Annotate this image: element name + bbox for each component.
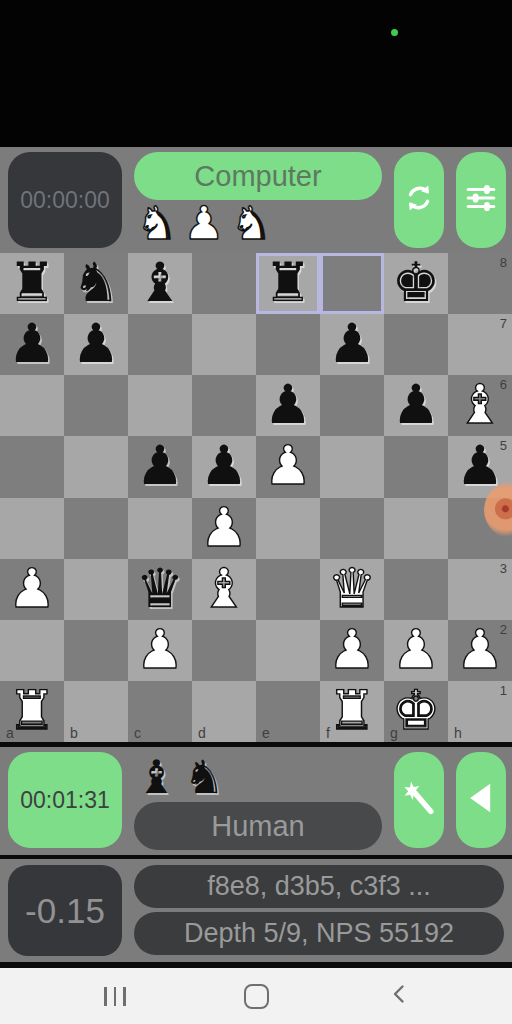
settings-sliders-icon xyxy=(464,181,498,219)
file-label-d: d xyxy=(198,725,206,741)
white-pawn-h2[interactable]: ♟ xyxy=(448,620,512,681)
square-e8[interactable]: ♜ xyxy=(256,253,320,314)
square-g5[interactable] xyxy=(384,436,448,497)
black-pawn-g6[interactable]: ♟ xyxy=(384,375,448,436)
square-g2[interactable]: ♟ xyxy=(384,620,448,681)
square-e2[interactable] xyxy=(256,620,320,681)
square-e3[interactable] xyxy=(256,559,320,620)
square-g1[interactable]: g♚ xyxy=(384,681,448,742)
square-f2[interactable]: ♟ xyxy=(320,620,384,681)
square-c5[interactable]: ♟ xyxy=(128,436,192,497)
square-e5[interactable]: ♟ xyxy=(256,436,320,497)
file-label-h: h xyxy=(454,725,462,741)
black-king-g8[interactable]: ♚ xyxy=(384,253,448,314)
square-b8[interactable]: ♞ xyxy=(64,253,128,314)
status-bar xyxy=(0,0,512,147)
square-b4[interactable] xyxy=(64,498,128,559)
white-rook-f1[interactable]: ♜ xyxy=(320,681,384,742)
file-label-c: c xyxy=(134,725,141,741)
black-rook-a8[interactable]: ♜ xyxy=(0,253,64,314)
square-c2[interactable]: ♟ xyxy=(128,620,192,681)
hint-wand-icon xyxy=(400,779,438,821)
captured-black-knight: ♞ xyxy=(183,751,224,803)
square-d6[interactable] xyxy=(192,375,256,436)
android-navbar xyxy=(0,968,512,1024)
captured-white-knight: ♞ xyxy=(231,197,272,249)
home-button[interactable] xyxy=(226,968,286,1024)
square-f3[interactable]: ♛ xyxy=(320,559,384,620)
white-bishop-d3[interactable]: ♝ xyxy=(192,559,256,620)
rank-label-1: 1 xyxy=(500,683,507,698)
square-g7[interactable] xyxy=(384,314,448,375)
square-f1[interactable]: f♜ xyxy=(320,681,384,742)
white-king-g1[interactable]: ♚ xyxy=(384,681,448,742)
human-panel: 00:01:31 ♝♞ Human xyxy=(0,747,512,855)
human-clock: 00:01:31 xyxy=(8,752,122,848)
square-d5[interactable]: ♟ xyxy=(192,436,256,497)
square-c7[interactable] xyxy=(128,314,192,375)
square-a1[interactable]: a♜ xyxy=(0,681,64,742)
square-g4[interactable] xyxy=(384,498,448,559)
square-d3[interactable]: ♝ xyxy=(192,559,256,620)
black-queen-c3[interactable]: ♛ xyxy=(128,559,192,620)
square-a5[interactable] xyxy=(0,436,64,497)
undo-back-icon xyxy=(461,778,501,822)
white-rook-a1[interactable]: ♜ xyxy=(0,681,64,742)
white-pawn-d4[interactable]: ♟ xyxy=(192,498,256,559)
square-f7[interactable]: ♟ xyxy=(320,314,384,375)
hint-button[interactable] xyxy=(394,752,444,848)
captured-pieces-bottom: ♝♞ xyxy=(136,749,231,803)
captured-white-pawn: ♟ xyxy=(183,197,224,249)
black-rook-e8[interactable]: ♜ xyxy=(256,253,320,314)
square-d7[interactable] xyxy=(192,314,256,375)
square-a8[interactable]: ♜ xyxy=(0,253,64,314)
back-button[interactable] xyxy=(370,968,430,1024)
square-h1[interactable]: 1h xyxy=(448,681,512,742)
square-c8[interactable]: ♝ xyxy=(128,253,192,314)
square-h8[interactable]: 8 xyxy=(448,253,512,314)
camera-indicator-dot xyxy=(391,29,398,36)
square-d1[interactable]: d xyxy=(192,681,256,742)
square-b6[interactable] xyxy=(64,375,128,436)
square-a7[interactable]: ♟ xyxy=(0,314,64,375)
black-pawn-a7[interactable]: ♟ xyxy=(0,314,64,375)
rank-label-3: 3 xyxy=(500,561,507,576)
square-f8[interactable] xyxy=(320,253,384,314)
white-pawn-g2[interactable]: ♟ xyxy=(384,620,448,681)
square-b7[interactable]: ♟ xyxy=(64,314,128,375)
square-e1[interactable]: e xyxy=(256,681,320,742)
black-bishop-c8[interactable]: ♝ xyxy=(128,253,192,314)
refresh-button[interactable] xyxy=(394,152,444,248)
captured-white-knight: ♞ xyxy=(136,197,177,249)
square-d2[interactable] xyxy=(192,620,256,681)
square-b5[interactable] xyxy=(64,436,128,497)
square-c1[interactable]: c xyxy=(128,681,192,742)
home-icon xyxy=(244,984,269,1009)
human-name-button[interactable]: Human xyxy=(134,802,382,850)
square-e6[interactable]: ♟ xyxy=(256,375,320,436)
engine-depth-stats: Depth 5/9, NPS 55192 xyxy=(134,912,504,955)
square-h3[interactable]: 3 xyxy=(448,559,512,620)
square-a2[interactable] xyxy=(0,620,64,681)
square-h6[interactable]: 6♝ xyxy=(448,375,512,436)
square-d4[interactable]: ♟ xyxy=(192,498,256,559)
square-h7[interactable]: 7 xyxy=(448,314,512,375)
eval-score: -0.15 xyxy=(8,865,122,956)
white-queen-f3[interactable]: ♛ xyxy=(320,559,384,620)
rank-label-7: 7 xyxy=(500,316,507,331)
square-e4[interactable] xyxy=(256,498,320,559)
black-knight-b8[interactable]: ♞ xyxy=(64,253,128,314)
square-a3[interactable]: ♟ xyxy=(0,559,64,620)
black-pawn-b7[interactable]: ♟ xyxy=(64,314,128,375)
square-g3[interactable] xyxy=(384,559,448,620)
square-g8[interactable]: ♚ xyxy=(384,253,448,314)
white-pawn-a3[interactable]: ♟ xyxy=(0,559,64,620)
undo-button[interactable] xyxy=(456,752,506,848)
file-label-e: e xyxy=(262,725,270,741)
square-e7[interactable] xyxy=(256,314,320,375)
square-f6[interactable] xyxy=(320,375,384,436)
square-d8[interactable] xyxy=(192,253,256,314)
computer-panel: 00:00:00 Computer ♞♟♞ xyxy=(0,147,512,253)
square-c6[interactable] xyxy=(128,375,192,436)
square-f5[interactable] xyxy=(320,436,384,497)
square-g6[interactable]: ♟ xyxy=(384,375,448,436)
refresh-icon xyxy=(403,182,435,218)
square-b2[interactable] xyxy=(64,620,128,681)
square-a6[interactable] xyxy=(0,375,64,436)
white-bishop-h6[interactable]: ♝ xyxy=(448,375,512,436)
square-c4[interactable] xyxy=(128,498,192,559)
square-f4[interactable] xyxy=(320,498,384,559)
chess-app-screen: { "game": "chess", "position": { "fen": … xyxy=(0,0,512,1024)
captured-pieces-top: ♞♟♞ xyxy=(136,197,278,249)
black-pawn-f7[interactable]: ♟ xyxy=(320,314,384,375)
black-pawn-c5[interactable]: ♟ xyxy=(128,436,192,497)
file-label-b: b xyxy=(70,725,78,741)
white-pawn-e5[interactable]: ♟ xyxy=(256,436,320,497)
square-h2[interactable]: 2♟ xyxy=(448,620,512,681)
black-pawn-d5[interactable]: ♟ xyxy=(192,436,256,497)
square-b1[interactable]: b xyxy=(64,681,128,742)
square-c3[interactable]: ♛ xyxy=(128,559,192,620)
computer-name-button[interactable]: Computer xyxy=(134,152,382,200)
computer-clock: 00:00:00 xyxy=(8,152,122,248)
chess-board[interactable]: ♜♞♝♜♚8♟♟♟7♟♟6♝♟♟♟5♟♟4♟♛♝♛3♟♟♟2♟a♜bcdef♜g… xyxy=(0,253,512,742)
settings-button[interactable] xyxy=(456,152,506,248)
rank-label-8: 8 xyxy=(500,255,507,270)
back-icon xyxy=(388,982,412,1010)
recent-apps-icon xyxy=(101,987,130,1006)
white-pawn-c2[interactable]: ♟ xyxy=(128,620,192,681)
engine-pv-line: f8e8, d3b5, c3f3 ... xyxy=(134,865,504,908)
square-a4[interactable] xyxy=(0,498,64,559)
engine-panel: -0.15 f8e8, d3b5, c3f3 ... Depth 5/9, NP… xyxy=(0,859,512,962)
captured-black-bishop: ♝ xyxy=(136,751,177,803)
white-pawn-f2[interactable]: ♟ xyxy=(320,620,384,681)
square-b3[interactable] xyxy=(64,559,128,620)
recent-apps-button[interactable] xyxy=(85,968,145,1024)
black-pawn-e6[interactable]: ♟ xyxy=(256,375,320,436)
